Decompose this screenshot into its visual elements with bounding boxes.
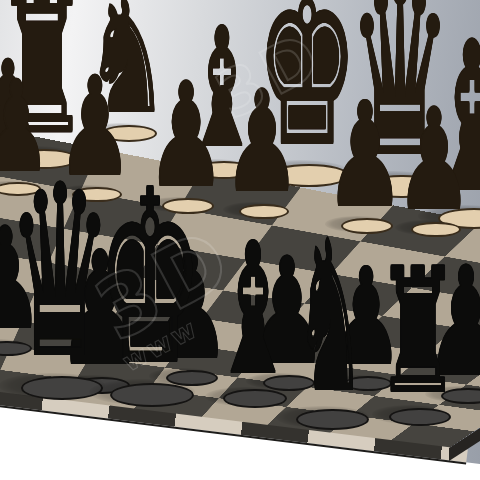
board-pieces-layer: ♞♜♟♝♚♟♛♟♟♟♝♟♟♟♟♟♟♟♛♟♚♝♜♞: [0, 0, 480, 480]
black-king: ♚: [96, 159, 203, 398]
black-bishop: ♝: [211, 219, 295, 400]
render-canvas: ♞♜♟♝♚♟♛♟♟♟♝♟♟♟♟♟♟♟♛♟♚♝♜♞ 3D 3D www: [0, 0, 480, 480]
white-pawn: ♟: [223, 73, 300, 212]
black-knight: ♞: [295, 213, 366, 421]
white-pawn: ♟: [395, 91, 472, 230]
black-rook: ♜: [376, 246, 461, 418]
